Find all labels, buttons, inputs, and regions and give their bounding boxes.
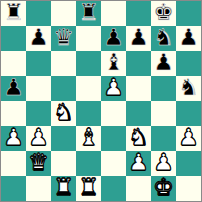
piece-white-pawn[interactable]: ♟ <box>28 126 49 150</box>
square-f8[interactable] <box>126 1 151 26</box>
square-e3[interactable] <box>101 126 126 151</box>
square-a8[interactable]: ♜ <box>1 1 26 26</box>
square-g5[interactable] <box>151 76 176 101</box>
square-g3[interactable] <box>151 126 176 151</box>
piece-black-pawn[interactable]: ♟ <box>103 26 124 50</box>
square-c5[interactable] <box>51 76 76 101</box>
piece-white-knight[interactable]: ♞ <box>128 126 149 150</box>
square-d1[interactable]: ♜ <box>76 176 101 201</box>
piece-black-pawn[interactable]: ♟ <box>178 26 199 50</box>
square-b3[interactable]: ♟ <box>26 126 51 151</box>
square-b4[interactable] <box>26 101 51 126</box>
piece-white-rook[interactable]: ♜ <box>78 176 99 200</box>
square-h8[interactable] <box>176 1 201 26</box>
square-g8[interactable]: ♚ <box>151 1 176 26</box>
square-a4[interactable] <box>1 101 26 126</box>
square-d7[interactable] <box>76 26 101 51</box>
piece-black-rook[interactable]: ♜ <box>78 1 99 25</box>
square-a5[interactable]: ♟ <box>1 76 26 101</box>
piece-white-knight[interactable]: ♞ <box>53 101 74 125</box>
chess-board: ♜♜♚♟♛♟♟♞♟♝♟♟♟♞♞♟♟♝♞♟♛♟♟♜♜♚ <box>0 0 202 202</box>
square-c1[interactable]: ♜ <box>51 176 76 201</box>
square-d6[interactable] <box>76 51 101 76</box>
square-b7[interactable]: ♟ <box>26 26 51 51</box>
square-a3[interactable]: ♟ <box>1 126 26 151</box>
piece-black-rook[interactable]: ♜ <box>3 1 24 25</box>
square-f7[interactable]: ♟ <box>126 26 151 51</box>
square-h1[interactable] <box>176 176 201 201</box>
square-h6[interactable] <box>176 51 201 76</box>
piece-black-king[interactable]: ♚ <box>153 1 174 25</box>
square-f1[interactable] <box>126 176 151 201</box>
square-g1[interactable]: ♚ <box>151 176 176 201</box>
piece-black-pawn[interactable]: ♟ <box>128 26 149 50</box>
piece-white-bishop[interactable]: ♝ <box>78 126 99 150</box>
square-f6[interactable] <box>126 51 151 76</box>
piece-white-pawn[interactable]: ♟ <box>128 151 149 175</box>
piece-white-pawn[interactable]: ♟ <box>153 151 174 175</box>
piece-white-king[interactable]: ♚ <box>153 176 174 200</box>
square-e6[interactable]: ♝ <box>101 51 126 76</box>
square-h7[interactable]: ♟ <box>176 26 201 51</box>
square-b1[interactable] <box>26 176 51 201</box>
square-a2[interactable] <box>1 151 26 176</box>
square-e7[interactable]: ♟ <box>101 26 126 51</box>
square-e5[interactable]: ♟ <box>101 76 126 101</box>
piece-black-pawn[interactable]: ♟ <box>153 51 174 75</box>
square-h4[interactable] <box>176 101 201 126</box>
square-b8[interactable] <box>26 1 51 26</box>
square-c3[interactable] <box>51 126 76 151</box>
square-a1[interactable] <box>1 176 26 201</box>
square-c8[interactable] <box>51 1 76 26</box>
piece-black-queen[interactable]: ♛ <box>53 26 74 50</box>
square-c4[interactable]: ♞ <box>51 101 76 126</box>
piece-white-rook[interactable]: ♜ <box>53 176 74 200</box>
square-e2[interactable] <box>101 151 126 176</box>
piece-black-pawn[interactable]: ♟ <box>3 76 24 100</box>
square-f3[interactable]: ♞ <box>126 126 151 151</box>
piece-white-queen[interactable]: ♛ <box>28 151 49 175</box>
square-h2[interactable] <box>176 151 201 176</box>
square-d5[interactable] <box>76 76 101 101</box>
square-g4[interactable] <box>151 101 176 126</box>
square-a7[interactable] <box>1 26 26 51</box>
piece-white-pawn[interactable]: ♟ <box>103 76 124 100</box>
square-c7[interactable]: ♛ <box>51 26 76 51</box>
square-f5[interactable] <box>126 76 151 101</box>
piece-black-knight[interactable]: ♞ <box>153 26 174 50</box>
square-h5[interactable]: ♞ <box>176 76 201 101</box>
square-d8[interactable]: ♜ <box>76 1 101 26</box>
square-g7[interactable]: ♞ <box>151 26 176 51</box>
square-b6[interactable] <box>26 51 51 76</box>
square-b5[interactable] <box>26 76 51 101</box>
square-f2[interactable]: ♟ <box>126 151 151 176</box>
piece-white-pawn[interactable]: ♟ <box>3 126 24 150</box>
square-c6[interactable] <box>51 51 76 76</box>
square-d3[interactable]: ♝ <box>76 126 101 151</box>
square-d4[interactable] <box>76 101 101 126</box>
square-e4[interactable] <box>101 101 126 126</box>
square-f4[interactable] <box>126 101 151 126</box>
square-b2[interactable]: ♛ <box>26 151 51 176</box>
piece-black-pawn[interactable]: ♟ <box>28 26 49 50</box>
square-d2[interactable] <box>76 151 101 176</box>
square-g2[interactable]: ♟ <box>151 151 176 176</box>
piece-black-bishop[interactable]: ♝ <box>103 51 124 75</box>
square-e8[interactable] <box>101 1 126 26</box>
square-a6[interactable] <box>1 51 26 76</box>
square-c2[interactable] <box>51 151 76 176</box>
square-h3[interactable]: ♟ <box>176 126 201 151</box>
piece-white-pawn[interactable]: ♟ <box>178 126 199 150</box>
square-g6[interactable]: ♟ <box>151 51 176 76</box>
square-e1[interactable] <box>101 176 126 201</box>
piece-black-knight[interactable]: ♞ <box>178 76 199 100</box>
